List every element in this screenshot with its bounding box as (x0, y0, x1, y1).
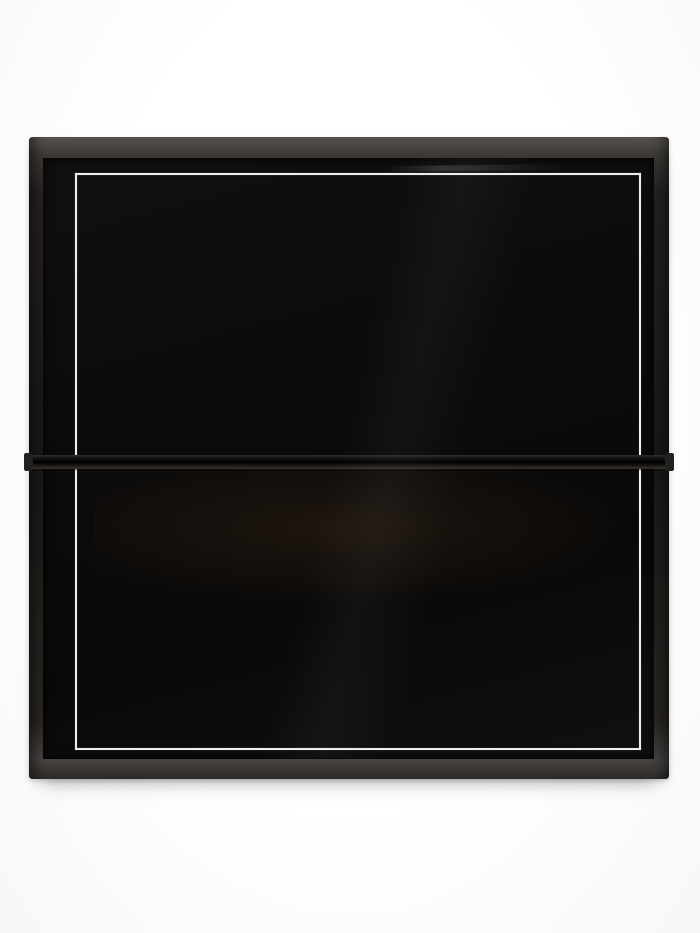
fold-hinge-seam (29, 455, 669, 469)
chess-board (29, 137, 669, 779)
hinge-pin-right (665, 453, 674, 471)
board-top-half (77, 175, 640, 455)
board-bottom-half (77, 468, 640, 750)
photo-background (0, 0, 700, 933)
hinge-pin-left (24, 453, 33, 471)
